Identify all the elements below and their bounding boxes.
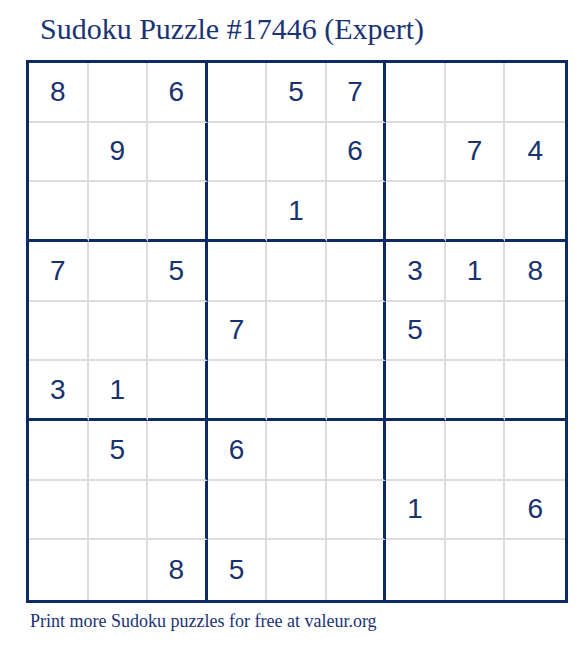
cell-r6c2[interactable]: 1	[89, 361, 149, 421]
cell-r3c6[interactable]	[327, 182, 387, 242]
cell-r6c4[interactable]	[208, 361, 268, 421]
cell-r5c1[interactable]	[29, 302, 89, 362]
cell-r3c1[interactable]	[29, 182, 89, 242]
cell-r3c8[interactable]	[446, 182, 506, 242]
cell-r5c7[interactable]: 5	[386, 302, 446, 362]
cell-r6c6[interactable]	[327, 361, 387, 421]
cell-r9c5[interactable]	[267, 540, 327, 600]
cell-r3c3[interactable]	[148, 182, 208, 242]
cell-r4c2[interactable]	[89, 242, 149, 302]
cell-r9c3[interactable]: 8	[148, 540, 208, 600]
cell-r3c9[interactable]	[505, 182, 565, 242]
sudoku-grid: 865796741753187531561685	[26, 60, 568, 603]
cell-r1c9[interactable]	[505, 63, 565, 123]
cell-r7c4[interactable]: 6	[208, 421, 268, 481]
cell-r4c7[interactable]: 3	[386, 242, 446, 302]
cell-r6c3[interactable]	[148, 361, 208, 421]
cell-r8c3[interactable]	[148, 481, 208, 541]
cell-r5c8[interactable]	[446, 302, 506, 362]
cell-r9c4[interactable]: 5	[208, 540, 268, 600]
cell-r4c4[interactable]	[208, 242, 268, 302]
cell-r4c3[interactable]: 5	[148, 242, 208, 302]
cell-r2c5[interactable]	[267, 123, 327, 183]
cell-r2c6[interactable]: 6	[327, 123, 387, 183]
cell-r8c4[interactable]	[208, 481, 268, 541]
cell-r6c8[interactable]	[446, 361, 506, 421]
cell-r8c2[interactable]	[89, 481, 149, 541]
cell-r7c8[interactable]	[446, 421, 506, 481]
cell-r2c9[interactable]: 4	[505, 123, 565, 183]
cell-r4c1[interactable]: 7	[29, 242, 89, 302]
cell-r5c2[interactable]	[89, 302, 149, 362]
cell-r2c8[interactable]: 7	[446, 123, 506, 183]
cell-r6c7[interactable]	[386, 361, 446, 421]
cell-r8c5[interactable]	[267, 481, 327, 541]
cell-r2c1[interactable]	[29, 123, 89, 183]
cell-r6c5[interactable]	[267, 361, 327, 421]
cell-r8c9[interactable]: 6	[505, 481, 565, 541]
cell-r9c6[interactable]	[327, 540, 387, 600]
cell-r7c2[interactable]: 5	[89, 421, 149, 481]
cell-r1c8[interactable]	[446, 63, 506, 123]
cell-r7c3[interactable]	[148, 421, 208, 481]
cell-r9c2[interactable]	[89, 540, 149, 600]
cell-r1c4[interactable]	[208, 63, 268, 123]
footer-text: Print more Sudoku puzzles for free at va…	[30, 611, 377, 632]
cell-r1c7[interactable]	[386, 63, 446, 123]
cell-r4c9[interactable]: 8	[505, 242, 565, 302]
cell-r8c7[interactable]: 1	[386, 481, 446, 541]
cell-r2c2[interactable]: 9	[89, 123, 149, 183]
cell-r4c5[interactable]	[267, 242, 327, 302]
cell-r1c1[interactable]: 8	[29, 63, 89, 123]
cell-r1c3[interactable]: 6	[148, 63, 208, 123]
cell-r7c7[interactable]	[386, 421, 446, 481]
cell-r2c3[interactable]	[148, 123, 208, 183]
cell-r3c7[interactable]	[386, 182, 446, 242]
cell-r3c4[interactable]	[208, 182, 268, 242]
cell-r5c9[interactable]	[505, 302, 565, 362]
cell-r5c5[interactable]	[267, 302, 327, 362]
cell-r5c4[interactable]: 7	[208, 302, 268, 362]
cell-r8c6[interactable]	[327, 481, 387, 541]
cell-r9c1[interactable]	[29, 540, 89, 600]
cell-r8c1[interactable]	[29, 481, 89, 541]
cell-r6c9[interactable]	[505, 361, 565, 421]
cell-r7c6[interactable]	[327, 421, 387, 481]
sudoku-page: Sudoku Puzzle #17446 (Expert) 8657967417…	[0, 0, 580, 651]
cell-r7c1[interactable]	[29, 421, 89, 481]
cell-r1c2[interactable]	[89, 63, 149, 123]
cell-r1c6[interactable]: 7	[327, 63, 387, 123]
cell-r5c3[interactable]	[148, 302, 208, 362]
cell-r2c7[interactable]	[386, 123, 446, 183]
cell-r6c1[interactable]: 3	[29, 361, 89, 421]
cell-r9c7[interactable]	[386, 540, 446, 600]
cell-r1c5[interactable]: 5	[267, 63, 327, 123]
cell-r9c9[interactable]	[505, 540, 565, 600]
cell-r3c5[interactable]: 1	[267, 182, 327, 242]
page-title: Sudoku Puzzle #17446 (Expert)	[40, 12, 424, 46]
cell-r5c6[interactable]	[327, 302, 387, 362]
cell-r9c8[interactable]	[446, 540, 506, 600]
cell-r7c5[interactable]	[267, 421, 327, 481]
cell-r4c6[interactable]	[327, 242, 387, 302]
cell-r4c8[interactable]: 1	[446, 242, 506, 302]
cell-r8c8[interactable]	[446, 481, 506, 541]
cell-r7c9[interactable]	[505, 421, 565, 481]
cell-r3c2[interactable]	[89, 182, 149, 242]
cell-r2c4[interactable]	[208, 123, 268, 183]
